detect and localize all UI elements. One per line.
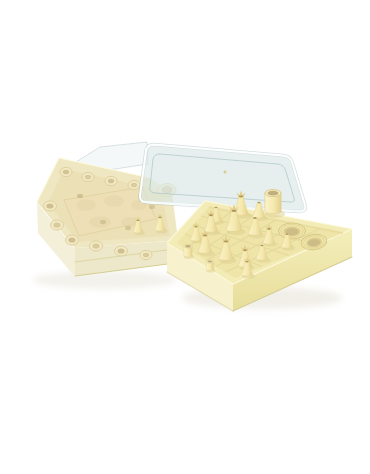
socket	[105, 176, 117, 185]
socket	[66, 235, 79, 245]
tray-hole	[125, 226, 131, 230]
socket	[51, 220, 64, 230]
coupler-ring	[279, 223, 306, 239]
product-photo: Two cream-coloured plastic storage boxes…	[0, 0, 370, 474]
socket	[140, 250, 152, 259]
socket	[128, 180, 140, 189]
socket	[90, 241, 103, 251]
lid-speck	[224, 171, 227, 174]
tray-hole	[149, 205, 155, 209]
socket	[82, 172, 94, 181]
tray-hole	[77, 194, 83, 198]
left-box-shadow	[33, 271, 177, 289]
tray-hole	[100, 220, 106, 224]
socket	[60, 167, 72, 176]
socket	[115, 246, 128, 256]
nozzle-box-illustration	[0, 0, 370, 474]
socket	[44, 201, 57, 211]
